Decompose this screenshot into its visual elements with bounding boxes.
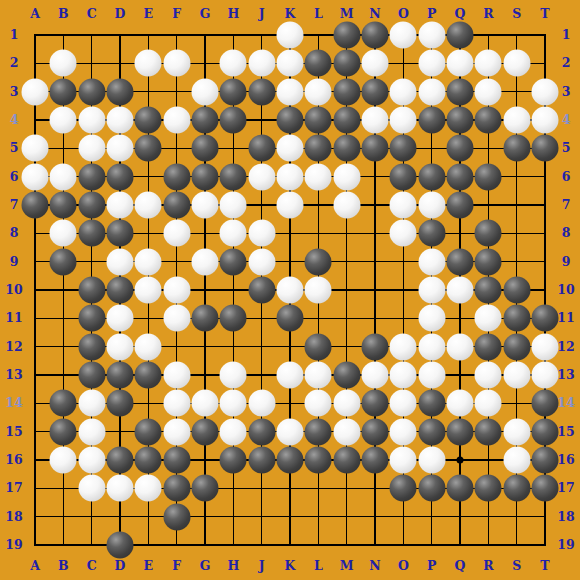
stone-white[interactable] (135, 277, 162, 304)
stone-white[interactable] (447, 333, 474, 360)
stone-white[interactable] (418, 248, 445, 275)
stone-black[interactable] (418, 107, 445, 134)
stone-white[interactable] (163, 220, 190, 247)
stone-white[interactable] (390, 418, 417, 445)
row-label-right: 9 (562, 255, 571, 268)
stone-black[interactable] (418, 390, 445, 417)
stone-black[interactable] (78, 78, 105, 105)
stone-white[interactable] (333, 390, 360, 417)
row-label-left: 19 (5, 539, 22, 552)
stone-black[interactable] (220, 163, 247, 190)
stone-black[interactable] (220, 447, 247, 474)
stone-white[interactable] (135, 333, 162, 360)
col-label-top: O (398, 8, 409, 21)
stone-black[interactable] (277, 447, 304, 474)
row-label-right: 12 (557, 340, 574, 353)
stone-black[interactable] (50, 418, 77, 445)
row-label-right: 1 (562, 29, 571, 42)
stone-white[interactable] (532, 107, 559, 134)
row-label-right: 6 (562, 170, 571, 183)
row-label-left: 15 (5, 425, 22, 438)
stone-white[interactable] (220, 418, 247, 445)
stone-white[interactable] (220, 192, 247, 219)
row-label-right: 3 (562, 85, 571, 98)
row-label-left: 5 (10, 142, 19, 155)
row-label-left: 12 (5, 340, 22, 353)
stone-white[interactable] (418, 22, 445, 49)
col-label-top: B (58, 8, 69, 21)
stone-white[interactable] (192, 78, 219, 105)
stone-white[interactable] (107, 333, 134, 360)
stone-white[interactable] (503, 418, 530, 445)
stone-white[interactable] (248, 50, 275, 77)
stone-white[interactable] (333, 418, 360, 445)
stone-black[interactable] (107, 532, 134, 559)
stone-white[interactable] (220, 362, 247, 389)
col-label-bottom: O (398, 560, 409, 573)
grid-line-h (34, 516, 546, 518)
stone-white[interactable] (135, 50, 162, 77)
stone-black[interactable] (248, 135, 275, 162)
col-label-top: D (115, 8, 126, 21)
stone-black[interactable] (135, 418, 162, 445)
stone-white[interactable] (447, 277, 474, 304)
stone-white[interactable] (475, 390, 502, 417)
stone-black[interactable] (362, 135, 389, 162)
row-label-left: 17 (5, 482, 22, 495)
stone-white[interactable] (305, 277, 332, 304)
stone-white[interactable] (107, 135, 134, 162)
col-label-top: L (314, 8, 323, 21)
stone-white[interactable] (277, 192, 304, 219)
stone-white[interactable] (362, 362, 389, 389)
col-label-bottom: Q (455, 560, 466, 573)
stone-black[interactable] (248, 78, 275, 105)
stone-black[interactable] (248, 447, 275, 474)
stone-white[interactable] (248, 390, 275, 417)
stone-black[interactable] (333, 50, 360, 77)
stone-black[interactable] (248, 418, 275, 445)
col-label-top: F (172, 8, 181, 21)
col-label-bottom: P (427, 560, 436, 573)
stone-black[interactable] (107, 163, 134, 190)
stone-white[interactable] (192, 390, 219, 417)
stone-white[interactable] (277, 78, 304, 105)
stone-black[interactable] (418, 220, 445, 247)
col-label-top: A (30, 8, 40, 21)
stone-white[interactable] (362, 50, 389, 77)
stone-black[interactable] (532, 305, 559, 332)
stone-white[interactable] (305, 362, 332, 389)
col-label-bottom: K (285, 560, 296, 573)
stone-black[interactable] (78, 192, 105, 219)
stone-white[interactable] (503, 50, 530, 77)
stone-white[interactable] (475, 50, 502, 77)
stone-white[interactable] (475, 78, 502, 105)
stone-black[interactable] (447, 192, 474, 219)
stone-black[interactable] (447, 248, 474, 275)
stone-black[interactable] (135, 107, 162, 134)
stone-black[interactable] (305, 418, 332, 445)
stone-white[interactable] (418, 192, 445, 219)
col-label-top: G (200, 8, 211, 21)
col-label-bottom: B (58, 560, 69, 573)
stone-black[interactable] (475, 248, 502, 275)
col-label-top: M (340, 8, 354, 21)
col-label-top: T (540, 8, 549, 21)
stone-white[interactable] (503, 107, 530, 134)
stone-white[interactable] (390, 22, 417, 49)
stone-black[interactable] (50, 390, 77, 417)
stone-white[interactable] (305, 163, 332, 190)
col-label-bottom: L (314, 560, 323, 573)
stone-white[interactable] (503, 447, 530, 474)
stone-white[interactable] (22, 135, 49, 162)
stone-white[interactable] (220, 220, 247, 247)
stone-black[interactable] (475, 107, 502, 134)
stone-black[interactable] (447, 475, 474, 502)
stone-black[interactable] (418, 475, 445, 502)
stone-black[interactable] (248, 277, 275, 304)
row-label-right: 17 (557, 482, 574, 495)
stone-black[interactable] (107, 390, 134, 417)
stone-white[interactable] (78, 390, 105, 417)
stone-black[interactable] (107, 220, 134, 247)
col-label-top: R (483, 8, 493, 21)
row-label-left: 7 (10, 199, 19, 212)
stone-black[interactable] (532, 390, 559, 417)
stone-black[interactable] (333, 107, 360, 134)
stone-black[interactable] (220, 305, 247, 332)
stone-black[interactable] (532, 447, 559, 474)
stone-black[interactable] (135, 362, 162, 389)
row-label-left: 11 (5, 312, 22, 325)
col-label-bottom: E (144, 560, 154, 573)
stone-black[interactable] (78, 277, 105, 304)
stone-black[interactable] (107, 447, 134, 474)
stone-white[interactable] (390, 447, 417, 474)
stone-black[interactable] (78, 362, 105, 389)
stone-black[interactable] (362, 333, 389, 360)
stone-white[interactable] (390, 333, 417, 360)
stone-black[interactable] (475, 277, 502, 304)
stone-black[interactable] (163, 503, 190, 530)
stone-white[interactable] (50, 447, 77, 474)
stone-black[interactable] (447, 78, 474, 105)
stone-white[interactable] (277, 135, 304, 162)
stone-black[interactable] (447, 163, 474, 190)
stone-black[interactable] (390, 475, 417, 502)
stone-black[interactable] (475, 220, 502, 247)
col-label-bottom: H (227, 560, 239, 573)
stone-black[interactable] (277, 305, 304, 332)
stone-black[interactable] (418, 418, 445, 445)
stone-black[interactable] (192, 107, 219, 134)
stone-black[interactable] (362, 447, 389, 474)
stone-white[interactable] (78, 418, 105, 445)
stone-white[interactable] (305, 390, 332, 417)
row-label-left: 2 (10, 57, 19, 70)
stone-black[interactable] (475, 475, 502, 502)
stone-black[interactable] (163, 163, 190, 190)
stone-black[interactable] (78, 220, 105, 247)
stone-white[interactable] (390, 107, 417, 134)
stone-white[interactable] (418, 78, 445, 105)
stone-white[interactable] (135, 192, 162, 219)
col-label-bottom: T (540, 560, 549, 573)
row-label-left: 10 (5, 284, 22, 297)
stone-black[interactable] (22, 192, 49, 219)
stone-black[interactable] (503, 475, 530, 502)
stone-black[interactable] (305, 248, 332, 275)
row-label-right: 15 (557, 425, 574, 438)
row-label-left: 3 (10, 85, 19, 98)
stone-black[interactable] (503, 305, 530, 332)
stone-black[interactable] (503, 135, 530, 162)
go-board[interactable]: AABBCCDDEEFFGGHHJJKKLLMMNNOOPPQQRRSSTT11… (0, 0, 580, 580)
stone-black[interactable] (333, 362, 360, 389)
stone-black[interactable] (50, 248, 77, 275)
stone-white[interactable] (532, 78, 559, 105)
stone-black[interactable] (305, 333, 332, 360)
stone-white[interactable] (503, 362, 530, 389)
row-label-right: 11 (557, 312, 574, 325)
col-label-bottom: S (512, 560, 521, 573)
col-label-bottom: C (87, 560, 97, 573)
stone-white[interactable] (22, 163, 49, 190)
stone-white[interactable] (163, 362, 190, 389)
stone-black[interactable] (475, 163, 502, 190)
stone-black[interactable] (305, 107, 332, 134)
stone-white[interactable] (362, 107, 389, 134)
stone-white[interactable] (163, 50, 190, 77)
stone-black[interactable] (192, 163, 219, 190)
stone-white[interactable] (107, 107, 134, 134)
stone-white[interactable] (277, 50, 304, 77)
stone-white[interactable] (22, 78, 49, 105)
stone-black[interactable] (362, 22, 389, 49)
row-label-right: 7 (562, 199, 571, 212)
stone-black[interactable] (333, 135, 360, 162)
stone-black[interactable] (418, 163, 445, 190)
stone-white[interactable] (390, 192, 417, 219)
stone-black[interactable] (78, 333, 105, 360)
stone-black[interactable] (447, 22, 474, 49)
stone-white[interactable] (532, 333, 559, 360)
col-label-top: J (259, 8, 265, 21)
stone-white[interactable] (333, 163, 360, 190)
stone-white[interactable] (163, 277, 190, 304)
stone-black[interactable] (135, 447, 162, 474)
stone-white[interactable] (390, 220, 417, 247)
col-label-top: C (87, 8, 97, 21)
row-label-left: 4 (10, 114, 19, 127)
stone-black[interactable] (532, 418, 559, 445)
stone-white[interactable] (163, 107, 190, 134)
row-label-right: 14 (557, 397, 574, 410)
stone-white[interactable] (305, 78, 332, 105)
stone-black[interactable] (277, 107, 304, 134)
stone-black[interactable] (532, 135, 559, 162)
stone-white[interactable] (277, 277, 304, 304)
stone-black[interactable] (333, 22, 360, 49)
stone-white[interactable] (163, 418, 190, 445)
col-label-top: Q (455, 8, 466, 21)
stone-white[interactable] (333, 192, 360, 219)
row-label-left: 14 (5, 397, 22, 410)
row-label-right: 4 (562, 114, 571, 127)
stone-white[interactable] (50, 220, 77, 247)
stone-white[interactable] (107, 248, 134, 275)
stone-white[interactable] (220, 50, 247, 77)
stone-black[interactable] (163, 192, 190, 219)
stone-black[interactable] (362, 390, 389, 417)
row-label-right: 18 (557, 510, 574, 523)
row-label-left: 16 (5, 454, 22, 467)
col-label-top: S (512, 8, 521, 21)
stone-black[interactable] (220, 248, 247, 275)
col-label-bottom: D (115, 560, 126, 573)
row-label-right: 19 (557, 539, 574, 552)
stone-white[interactable] (192, 192, 219, 219)
stone-black[interactable] (447, 107, 474, 134)
stone-white[interactable] (532, 362, 559, 389)
row-label-right: 5 (562, 142, 571, 155)
stone-white[interactable] (277, 22, 304, 49)
stone-white[interactable] (220, 390, 247, 417)
stone-white[interactable] (277, 418, 304, 445)
col-label-bottom: J (259, 560, 265, 573)
stone-white[interactable] (107, 192, 134, 219)
stone-black[interactable] (447, 418, 474, 445)
stone-black[interactable] (50, 78, 77, 105)
stone-black[interactable] (50, 192, 77, 219)
stone-black[interactable] (305, 50, 332, 77)
stone-black[interactable] (447, 135, 474, 162)
stone-white[interactable] (390, 362, 417, 389)
stone-white[interactable] (78, 107, 105, 134)
stone-black[interactable] (475, 333, 502, 360)
row-label-right: 10 (557, 284, 574, 297)
col-label-bottom: N (369, 560, 380, 573)
stone-white[interactable] (135, 475, 162, 502)
stone-white[interactable] (418, 333, 445, 360)
stone-black[interactable] (503, 333, 530, 360)
stone-black[interactable] (78, 163, 105, 190)
stone-white[interactable] (163, 390, 190, 417)
stone-black[interactable] (107, 78, 134, 105)
stone-white[interactable] (50, 50, 77, 77)
col-label-top: K (285, 8, 296, 21)
stone-white[interactable] (418, 277, 445, 304)
row-label-right: 13 (557, 369, 574, 382)
stone-white[interactable] (418, 447, 445, 474)
col-label-bottom: R (483, 560, 493, 573)
stone-white[interactable] (418, 305, 445, 332)
stone-black[interactable] (475, 418, 502, 445)
stone-white[interactable] (107, 305, 134, 332)
stone-white[interactable] (78, 447, 105, 474)
col-label-bottom: G (200, 560, 211, 573)
col-label-top: E (144, 8, 154, 21)
stone-white[interactable] (475, 362, 502, 389)
stone-black[interactable] (192, 135, 219, 162)
stone-black[interactable] (220, 107, 247, 134)
col-label-bottom: M (340, 560, 354, 573)
stone-white[interactable] (78, 135, 105, 162)
stone-white[interactable] (107, 475, 134, 502)
stone-black[interactable] (107, 362, 134, 389)
stone-white[interactable] (447, 390, 474, 417)
stone-white[interactable] (447, 50, 474, 77)
stone-black[interactable] (333, 78, 360, 105)
row-label-left: 13 (5, 369, 22, 382)
stone-black[interactable] (192, 418, 219, 445)
stone-white[interactable] (475, 305, 502, 332)
stone-white[interactable] (418, 50, 445, 77)
stone-black[interactable] (192, 305, 219, 332)
row-label-left: 1 (10, 29, 19, 42)
row-label-left: 9 (10, 255, 19, 268)
row-label-right: 2 (562, 57, 571, 70)
stone-black[interactable] (390, 135, 417, 162)
stone-white[interactable] (390, 78, 417, 105)
stone-white[interactable] (248, 163, 275, 190)
col-label-top: N (369, 8, 380, 21)
stone-white[interactable] (163, 305, 190, 332)
stone-black[interactable] (390, 163, 417, 190)
stone-black[interactable] (192, 475, 219, 502)
stone-white[interactable] (50, 163, 77, 190)
col-label-top: P (427, 8, 436, 21)
stone-white[interactable] (277, 362, 304, 389)
stone-black[interactable] (220, 78, 247, 105)
col-label-bottom: F (172, 560, 181, 573)
stone-black[interactable] (78, 305, 105, 332)
stone-white[interactable] (192, 248, 219, 275)
row-label-right: 16 (557, 454, 574, 467)
stone-white[interactable] (277, 163, 304, 190)
stone-black[interactable] (532, 475, 559, 502)
stone-white[interactable] (248, 248, 275, 275)
stone-white[interactable] (78, 475, 105, 502)
stone-white[interactable] (390, 390, 417, 417)
stone-black[interactable] (163, 447, 190, 474)
stone-black[interactable] (107, 277, 134, 304)
col-label-bottom: A (30, 560, 40, 573)
row-label-left: 6 (10, 170, 19, 183)
stone-black[interactable] (362, 418, 389, 445)
stone-white[interactable] (50, 107, 77, 134)
row-label-left: 8 (10, 227, 19, 240)
stone-white[interactable] (248, 220, 275, 247)
star-point-dot (457, 457, 464, 464)
col-label-top: H (227, 8, 239, 21)
stone-black[interactable] (362, 78, 389, 105)
stone-black[interactable] (135, 135, 162, 162)
stone-white[interactable] (135, 248, 162, 275)
stone-black[interactable] (305, 447, 332, 474)
stone-black[interactable] (503, 277, 530, 304)
row-label-right: 8 (562, 227, 571, 240)
stone-black[interactable] (305, 135, 332, 162)
stone-black[interactable] (333, 447, 360, 474)
row-label-left: 18 (5, 510, 22, 523)
stone-black[interactable] (163, 475, 190, 502)
stone-white[interactable] (418, 362, 445, 389)
